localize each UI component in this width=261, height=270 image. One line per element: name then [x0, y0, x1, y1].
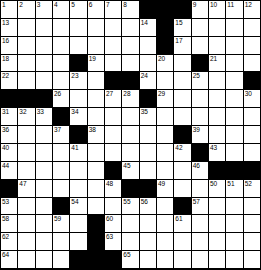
crossword-cell[interactable]	[18, 233, 34, 250]
crossword-cell[interactable]	[226, 198, 242, 215]
clue-number: 16	[2, 37, 9, 45]
black-square	[88, 233, 104, 250]
crossword-cell[interactable]: 29	[157, 90, 173, 107]
crossword-cell[interactable]	[157, 144, 173, 161]
crossword-cell[interactable]: 49	[157, 180, 173, 197]
crossword-cell[interactable]	[122, 108, 138, 125]
black-square	[192, 55, 208, 72]
crossword-cell[interactable]: 42	[174, 144, 190, 161]
crossword-cell[interactable]: 50	[209, 180, 225, 197]
black-square	[157, 37, 173, 54]
clue-number: 21	[210, 55, 217, 63]
clue-number: 2	[19, 1, 23, 9]
crossword-cell[interactable]	[226, 37, 242, 54]
crossword-cell[interactable]: 46	[192, 162, 208, 179]
black-square	[192, 144, 208, 161]
clue-number: 65	[123, 251, 130, 259]
crossword-cell[interactable]	[18, 72, 34, 89]
crossword-cell[interactable]	[226, 108, 242, 125]
clue-number: 62	[2, 233, 9, 241]
clue-number: 23	[71, 72, 78, 80]
clue-number: 63	[106, 233, 113, 241]
crossword-cell[interactable]: 55	[122, 198, 138, 215]
crossword-cell[interactable]	[140, 215, 156, 232]
crossword-cell[interactable]	[53, 162, 69, 179]
black-square	[88, 251, 104, 268]
clue-number: 7	[106, 1, 110, 9]
clue-number: 9	[193, 1, 197, 9]
clue-number: 47	[19, 180, 26, 188]
crossword-cell[interactable]: 33	[36, 108, 52, 125]
black-square	[53, 198, 69, 215]
crossword-cell[interactable]	[18, 126, 34, 143]
clue-number: 43	[210, 144, 217, 152]
crossword-cell[interactable]	[36, 233, 52, 250]
crossword-cell[interactable]	[192, 215, 208, 232]
clue-number: 6	[89, 1, 93, 9]
crossword-cell[interactable]: 20	[157, 55, 173, 72]
crossword-cell[interactable]	[36, 215, 52, 232]
crossword-cell[interactable]	[209, 37, 225, 54]
clue-number: 15	[175, 19, 182, 27]
clue-number: 8	[123, 1, 127, 9]
crossword-board: 1234567891011121314151617181920212223242…	[0, 0, 261, 270]
crossword-cell[interactable]: 3	[36, 1, 52, 18]
crossword-cell[interactable]: 40	[1, 144, 17, 161]
crossword-cell[interactable]: 61	[174, 215, 190, 232]
crossword-cell[interactable]	[122, 144, 138, 161]
clue-number: 60	[106, 215, 113, 223]
crossword-cell[interactable]	[70, 180, 86, 197]
crossword-cell[interactable]	[36, 72, 52, 89]
crossword-cell[interactable]	[174, 162, 190, 179]
crossword-cell[interactable]: 48	[105, 180, 121, 197]
black-square	[157, 19, 173, 36]
crossword-cell[interactable]	[53, 180, 69, 197]
crossword-cell[interactable]	[209, 215, 225, 232]
clue-number: 25	[193, 72, 200, 80]
clue-number: 59	[54, 215, 61, 223]
clue-number: 38	[89, 126, 96, 134]
clue-number: 49	[158, 180, 165, 188]
crossword-cell[interactable]	[244, 37, 260, 54]
crossword-cell[interactable]: 56	[140, 198, 156, 215]
clue-number: 11	[227, 1, 234, 9]
clue-number: 17	[175, 37, 182, 45]
clue-number: 33	[37, 108, 44, 116]
clue-number: 54	[71, 198, 78, 206]
crossword-cell[interactable]: 39	[192, 126, 208, 143]
crossword-cell[interactable]	[140, 233, 156, 250]
crossword-cell[interactable]	[36, 144, 52, 161]
crossword-cell[interactable]	[36, 162, 52, 179]
clue-number: 46	[193, 162, 200, 170]
crossword-cell[interactable]	[226, 251, 242, 268]
black-square	[70, 55, 86, 72]
crossword-cell[interactable]	[18, 198, 34, 215]
crossword-cell[interactable]	[209, 198, 225, 215]
black-square	[244, 72, 260, 89]
crossword-cell[interactable]	[122, 126, 138, 143]
crossword-cell[interactable]	[226, 19, 242, 36]
crossword-cell[interactable]	[244, 19, 260, 36]
crossword-cell[interactable]	[157, 108, 173, 125]
clue-number: 27	[106, 90, 113, 98]
clue-number: 34	[71, 108, 78, 116]
black-square	[105, 72, 121, 89]
black-square	[88, 215, 104, 232]
crossword-cell[interactable]	[174, 233, 190, 250]
crossword-cell[interactable]: 4	[53, 1, 69, 18]
crossword-cell[interactable]: 10	[209, 1, 225, 18]
clue-number: 30	[245, 90, 252, 98]
crossword-cell[interactable]	[244, 233, 260, 250]
crossword-cell[interactable]	[122, 37, 138, 54]
crossword-cell[interactable]: 54	[70, 198, 86, 215]
crossword-cell[interactable]	[157, 251, 173, 268]
crossword-cell[interactable]: 5	[70, 1, 86, 18]
crossword-cell[interactable]: 13	[1, 19, 17, 36]
crossword-cell[interactable]	[36, 37, 52, 54]
crossword-cell[interactable]	[88, 198, 104, 215]
crossword-cell[interactable]	[53, 19, 69, 36]
crossword-cell[interactable]: 18	[1, 55, 17, 72]
crossword-cell[interactable]	[88, 90, 104, 107]
crossword-cell[interactable]	[226, 126, 242, 143]
clue-number: 29	[158, 90, 165, 98]
crossword-cell[interactable]	[18, 251, 34, 268]
black-square	[1, 180, 17, 197]
crossword-cell[interactable]	[105, 37, 121, 54]
crossword-cell[interactable]: 17	[174, 37, 190, 54]
crossword-cell[interactable]	[53, 72, 69, 89]
crossword-cell[interactable]	[88, 162, 104, 179]
clue-number: 18	[2, 55, 9, 63]
clue-number: 13	[2, 19, 9, 27]
crossword-cell[interactable]	[209, 72, 225, 89]
crossword-cell[interactable]: 53	[1, 198, 17, 215]
crossword-cell[interactable]	[105, 19, 121, 36]
clue-number: 57	[193, 198, 200, 206]
crossword-cell[interactable]	[244, 126, 260, 143]
crossword-cell[interactable]: 26	[53, 90, 69, 107]
crossword-cell[interactable]	[70, 37, 86, 54]
crossword-cell[interactable]	[192, 108, 208, 125]
clue-number: 45	[123, 162, 130, 170]
crossword-cell[interactable]: 16	[1, 37, 17, 54]
black-square	[174, 126, 190, 143]
black-square	[70, 251, 86, 268]
crossword-cell[interactable]	[18, 19, 34, 36]
crossword-cell[interactable]	[244, 215, 260, 232]
black-square	[209, 162, 225, 179]
crossword-cell[interactable]: 25	[192, 72, 208, 89]
crossword-cell[interactable]	[140, 55, 156, 72]
crossword-cell[interactable]: 65	[122, 251, 138, 268]
crossword-cell[interactable]	[226, 144, 242, 161]
crossword-cell[interactable]: 45	[122, 162, 138, 179]
crossword-cell[interactable]: 27	[105, 90, 121, 107]
crossword-cell[interactable]: 11	[226, 1, 242, 18]
crossword-cell[interactable]	[244, 251, 260, 268]
crossword-cell[interactable]	[70, 19, 86, 36]
crossword-cell[interactable]	[88, 180, 104, 197]
crossword-cell[interactable]	[174, 55, 190, 72]
clue-number: 52	[245, 180, 252, 188]
clue-number: 36	[2, 126, 9, 134]
black-square	[140, 1, 156, 18]
crossword-cell[interactable]	[157, 72, 173, 89]
crossword-cell[interactable]	[226, 233, 242, 250]
black-square	[36, 90, 52, 107]
crossword-cell[interactable]: 51	[226, 180, 242, 197]
crossword-cell[interactable]	[226, 90, 242, 107]
crossword-cell[interactable]	[244, 198, 260, 215]
crossword-cell[interactable]	[88, 37, 104, 54]
crossword-cell[interactable]: 35	[140, 108, 156, 125]
crossword-cell[interactable]: 43	[209, 144, 225, 161]
crossword-cell[interactable]	[192, 37, 208, 54]
clue-number: 41	[71, 144, 78, 152]
crossword-cell[interactable]	[244, 144, 260, 161]
crossword-cell[interactable]	[140, 37, 156, 54]
crossword-cell[interactable]: 32	[18, 108, 34, 125]
clue-number: 58	[2, 215, 9, 223]
clue-number: 22	[2, 72, 9, 80]
crossword-cell[interactable]	[53, 251, 69, 268]
crossword-cell[interactable]: 59	[53, 215, 69, 232]
black-square	[105, 251, 121, 268]
crossword-cell[interactable]	[105, 126, 121, 143]
black-square	[105, 162, 121, 179]
crossword-cell[interactable]: 24	[140, 72, 156, 89]
crossword-cell[interactable]	[157, 215, 173, 232]
crossword-cell[interactable]	[36, 55, 52, 72]
crossword-cell[interactable]: 19	[88, 55, 104, 72]
clue-number: 1	[2, 1, 6, 9]
crossword-cell[interactable]	[88, 144, 104, 161]
crossword-cell[interactable]	[192, 251, 208, 268]
black-square	[174, 198, 190, 215]
crossword-cell[interactable]: 36	[1, 126, 17, 143]
crossword-cell[interactable]: 9	[192, 1, 208, 18]
crossword-cell[interactable]: 30	[244, 90, 260, 107]
clue-number: 44	[2, 162, 9, 170]
clue-number: 14	[141, 19, 148, 27]
black-square	[70, 126, 86, 143]
black-square	[226, 162, 242, 179]
crossword-cell[interactable]	[140, 126, 156, 143]
crossword-cell[interactable]	[18, 162, 34, 179]
crossword-cell[interactable]: 64	[1, 251, 17, 268]
crossword-cell[interactable]	[70, 215, 86, 232]
clue-number: 51	[227, 180, 234, 188]
crossword-cell[interactable]	[18, 144, 34, 161]
black-square	[122, 180, 138, 197]
black-square	[244, 162, 260, 179]
crossword-cell[interactable]	[53, 144, 69, 161]
clue-number: 31	[2, 108, 9, 116]
clue-number: 32	[19, 108, 26, 116]
crossword-cell[interactable]	[36, 180, 52, 197]
clue-number: 28	[123, 90, 130, 98]
crossword-cell[interactable]: 2	[18, 1, 34, 18]
crossword-cell[interactable]	[192, 180, 208, 197]
crossword-cell[interactable]	[105, 198, 121, 215]
crossword-cell[interactable]: 15	[174, 19, 190, 36]
crossword-cell[interactable]	[105, 55, 121, 72]
crossword-cell[interactable]: 47	[18, 180, 34, 197]
crossword-cell[interactable]: 60	[105, 215, 121, 232]
clue-number: 19	[89, 55, 96, 63]
crossword-cell[interactable]	[53, 37, 69, 54]
clue-number: 48	[106, 180, 113, 188]
crossword-cell[interactable]	[88, 19, 104, 36]
clue-number: 64	[2, 251, 9, 259]
crossword-cell[interactable]: 28	[122, 90, 138, 107]
crossword-cell[interactable]	[192, 90, 208, 107]
crossword-cell[interactable]: 44	[1, 162, 17, 179]
crossword-cell[interactable]: 12	[244, 1, 260, 18]
crossword-cell[interactable]	[70, 162, 86, 179]
crossword-cell[interactable]	[226, 215, 242, 232]
crossword-cell[interactable]: 34	[70, 108, 86, 125]
crossword-cell[interactable]	[157, 162, 173, 179]
crossword-cell[interactable]	[174, 108, 190, 125]
clue-number: 50	[210, 180, 217, 188]
crossword-cell[interactable]: 8	[122, 1, 138, 18]
crossword-cell[interactable]: 6	[88, 1, 104, 18]
crossword-cell[interactable]: 23	[70, 72, 86, 89]
crossword-cell[interactable]	[70, 233, 86, 250]
crossword-cell[interactable]	[192, 19, 208, 36]
crossword-cell[interactable]	[157, 198, 173, 215]
clue-number: 12	[245, 1, 252, 9]
crossword-cell[interactable]: 37	[53, 126, 69, 143]
crossword-cell[interactable]	[18, 55, 34, 72]
crossword-cell[interactable]	[122, 19, 138, 36]
crossword-cell[interactable]: 58	[1, 215, 17, 232]
clue-number: 3	[37, 1, 41, 9]
crossword-cell[interactable]	[209, 108, 225, 125]
crossword-cell[interactable]: 31	[1, 108, 17, 125]
crossword-cell[interactable]	[192, 233, 208, 250]
black-square	[53, 108, 69, 125]
crossword-cell[interactable]	[122, 55, 138, 72]
crossword-cell[interactable]	[209, 251, 225, 268]
crossword-cell[interactable]	[36, 198, 52, 215]
clue-number: 35	[141, 108, 148, 116]
crossword-cell[interactable]	[209, 90, 225, 107]
clue-number: 42	[175, 144, 182, 152]
clue-number: 53	[2, 198, 9, 206]
crossword-cell[interactable]	[157, 233, 173, 250]
crossword-cell[interactable]	[209, 19, 225, 36]
crossword-cell[interactable]: 63	[105, 233, 121, 250]
crossword-cell[interactable]	[140, 144, 156, 161]
clue-number: 24	[141, 72, 148, 80]
black-square	[18, 90, 34, 107]
crossword-cell[interactable]	[88, 108, 104, 125]
crossword-cell[interactable]	[36, 19, 52, 36]
black-square	[140, 180, 156, 197]
crossword-cell[interactable]	[140, 162, 156, 179]
clue-number: 61	[175, 215, 182, 223]
black-square	[174, 1, 190, 18]
crossword-cell[interactable]	[244, 108, 260, 125]
crossword-cell[interactable]: 52	[244, 180, 260, 197]
crossword-cell[interactable]	[122, 233, 138, 250]
crossword-cell[interactable]	[174, 72, 190, 89]
crossword-cell[interactable]	[244, 55, 260, 72]
crossword-cell[interactable]	[105, 144, 121, 161]
crossword-cell[interactable]	[226, 55, 242, 72]
clue-number: 39	[193, 126, 200, 134]
crossword-cell[interactable]	[105, 108, 121, 125]
crossword-cell[interactable]	[36, 251, 52, 268]
clue-number: 26	[54, 90, 61, 98]
black-square	[1, 90, 17, 107]
clue-number: 37	[54, 126, 61, 134]
crossword-cell[interactable]	[122, 215, 138, 232]
crossword-cell[interactable]	[174, 180, 190, 197]
crossword-cell[interactable]: 41	[70, 144, 86, 161]
crossword-cell[interactable]	[53, 233, 69, 250]
crossword-cell[interactable]	[36, 126, 52, 143]
clue-number: 40	[2, 144, 9, 152]
crossword-cell[interactable]: 38	[88, 126, 104, 143]
crossword-cell[interactable]	[209, 233, 225, 250]
black-square	[157, 1, 173, 18]
black-square	[122, 72, 138, 89]
crossword-cell[interactable]: 57	[192, 198, 208, 215]
crossword-cell[interactable]	[140, 251, 156, 268]
crossword-cell[interactable]: 1	[1, 1, 17, 18]
clue-number: 4	[54, 1, 58, 9]
crossword-cell[interactable]: 21	[209, 55, 225, 72]
crossword-cell[interactable]	[174, 90, 190, 107]
crossword-cell[interactable]	[157, 126, 173, 143]
crossword-cell[interactable]	[18, 37, 34, 54]
clue-number: 20	[158, 55, 165, 63]
crossword-cell[interactable]: 22	[1, 72, 17, 89]
crossword-cell[interactable]	[209, 126, 225, 143]
crossword-cell[interactable]: 7	[105, 1, 121, 18]
crossword-cell[interactable]	[226, 72, 242, 89]
clue-number: 56	[141, 198, 148, 206]
crossword-cell[interactable]	[53, 55, 69, 72]
crossword-cell[interactable]: 62	[1, 233, 17, 250]
clue-number: 10	[210, 1, 217, 9]
crossword-cell[interactable]	[18, 215, 34, 232]
crossword-cell[interactable]	[88, 72, 104, 89]
crossword-cell[interactable]	[70, 90, 86, 107]
black-square	[140, 90, 156, 107]
crossword-cell[interactable]: 14	[140, 19, 156, 36]
clue-number: 55	[123, 198, 130, 206]
crossword-cell[interactable]	[174, 251, 190, 268]
clue-number: 5	[71, 1, 75, 9]
